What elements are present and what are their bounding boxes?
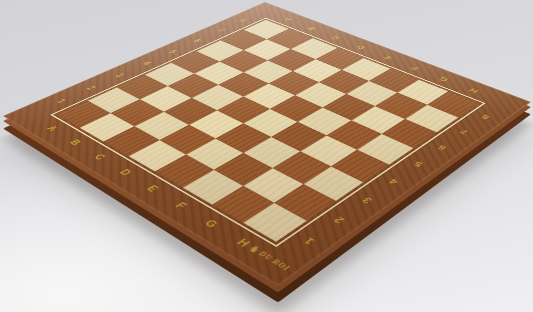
chess-board: AABBCCDDEEFFGGHH1122334455667788 ♞ DU RO… [3, 2, 531, 286]
photo-backdrop: AABBCCDDEEFFGGHH1122334455667788 ♞ DU RO… [0, 0, 533, 312]
brand-logo-text: DU ROI [257, 250, 292, 272]
